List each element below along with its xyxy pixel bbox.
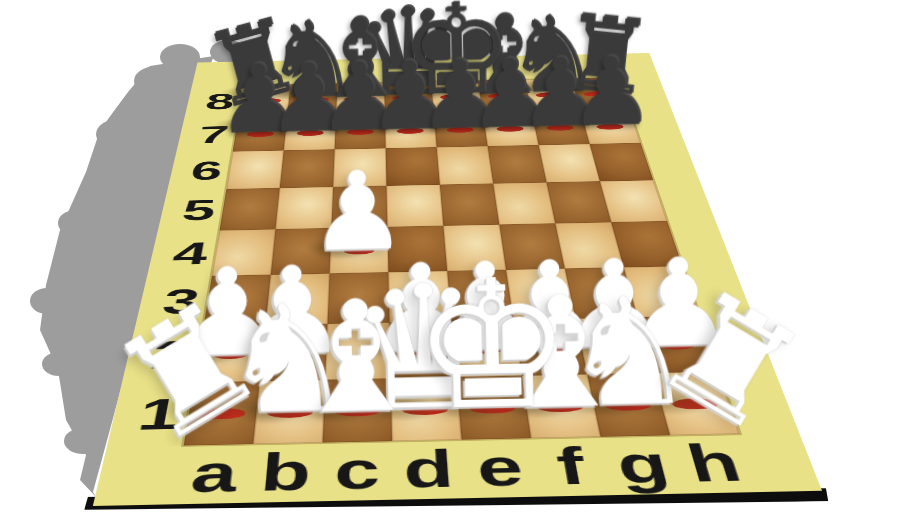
rank-label-5: 5 (158, 189, 223, 232)
board-roll-wrapper: 87654321abcdefgh♜♞♝♛♚♝♞♜♟♟♟♟♟♟♟♟♟♟♟♟♟♟♟♟… (0, 0, 910, 512)
board-plane: 87654321abcdefgh♜♞♝♛♚♝♞♜♟♟♟♟♟♟♟♟♟♟♟♟♟♟♟♟… (93, 53, 822, 506)
white-king-glyph: ♚ (357, 266, 628, 422)
square-h6[interactable] (590, 143, 654, 181)
square-f5[interactable] (493, 182, 555, 224)
file-label-f: f (531, 437, 613, 497)
piece-black-pawn-h7[interactable]: ♟ (580, 109, 640, 144)
file-label-c: c (320, 441, 393, 501)
file-label-d: d (392, 440, 466, 500)
square-f6[interactable] (488, 145, 547, 183)
square-h5[interactable] (600, 180, 667, 222)
scene-3d: 87654321abcdefgh♜♞♝♛♚♝♞♜♟♟♟♟♟♟♟♟♟♟♟♟♟♟♟♟… (0, 0, 910, 512)
rank-label-6: 6 (167, 152, 229, 191)
file-label-e: e (462, 438, 540, 498)
black-pawn-glyph: ♟ (511, 51, 710, 135)
file-label-a: a (174, 444, 253, 504)
file-label-b: b (247, 443, 323, 503)
file-label-h: h (670, 434, 759, 494)
chess-3d-render: 87654321abcdefgh♜♞♝♛♚♝♞♜♟♟♟♟♟♟♟♟♟♟♟♟♟♟♟♟… (0, 0, 910, 512)
